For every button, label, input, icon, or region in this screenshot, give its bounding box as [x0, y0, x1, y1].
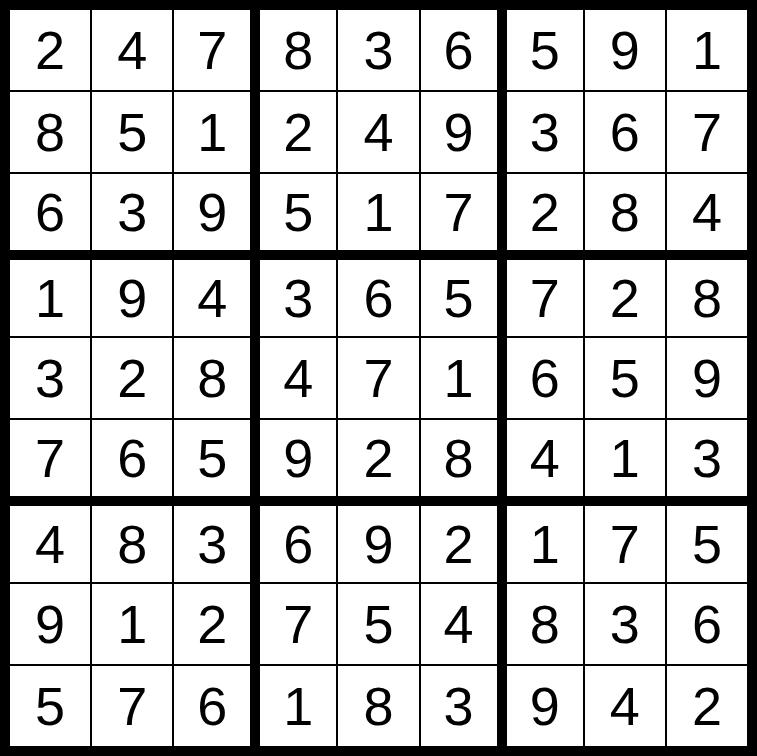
cell-r8c4[interactable]: 7 — [255, 583, 337, 665]
cell-r7c8[interactable]: 7 — [584, 501, 666, 583]
cell-r6c8[interactable]: 1 — [584, 419, 666, 501]
cell-r2c4[interactable]: 2 — [255, 91, 337, 173]
cell-r6c3[interactable]: 5 — [173, 419, 255, 501]
cell-r6c2[interactable]: 6 — [91, 419, 173, 501]
cell-r4c2[interactable]: 9 — [91, 255, 173, 337]
cell-r3c2[interactable]: 3 — [91, 173, 173, 255]
cell-r9c5[interactable]: 8 — [337, 665, 419, 747]
cell-r2c3[interactable]: 1 — [173, 91, 255, 173]
cell-r8c2[interactable]: 1 — [91, 583, 173, 665]
cell-r6c9[interactable]: 3 — [666, 419, 748, 501]
cell-r6c7[interactable]: 4 — [502, 419, 584, 501]
cell-r2c5[interactable]: 4 — [337, 91, 419, 173]
cell-r3c8[interactable]: 8 — [584, 173, 666, 255]
cell-r2c9[interactable]: 7 — [666, 91, 748, 173]
cell-r3c4[interactable]: 5 — [255, 173, 337, 255]
cell-r5c9[interactable]: 9 — [666, 337, 748, 419]
sudoku-board-frame: 2478365918512493676395172841943657283284… — [0, 0, 757, 756]
cell-r7c1[interactable]: 4 — [9, 501, 91, 583]
cell-r7c7[interactable]: 1 — [502, 501, 584, 583]
cell-r1c6[interactable]: 6 — [420, 9, 502, 91]
cell-r7c6[interactable]: 2 — [420, 501, 502, 583]
cell-r5c6[interactable]: 1 — [420, 337, 502, 419]
cell-r7c5[interactable]: 9 — [337, 501, 419, 583]
cell-r2c6[interactable]: 9 — [420, 91, 502, 173]
cell-r1c9[interactable]: 1 — [666, 9, 748, 91]
cell-r9c3[interactable]: 6 — [173, 665, 255, 747]
cell-r2c1[interactable]: 8 — [9, 91, 91, 173]
cell-r9c4[interactable]: 1 — [255, 665, 337, 747]
cell-r4c1[interactable]: 1 — [9, 255, 91, 337]
cell-r9c6[interactable]: 3 — [420, 665, 502, 747]
cell-r8c1[interactable]: 9 — [9, 583, 91, 665]
cell-r6c4[interactable]: 9 — [255, 419, 337, 501]
cell-r3c7[interactable]: 2 — [502, 173, 584, 255]
cell-r2c7[interactable]: 3 — [502, 91, 584, 173]
cell-r1c7[interactable]: 5 — [502, 9, 584, 91]
cell-r3c9[interactable]: 4 — [666, 173, 748, 255]
cell-r5c2[interactable]: 2 — [91, 337, 173, 419]
cell-r8c5[interactable]: 5 — [337, 583, 419, 665]
cell-r2c8[interactable]: 6 — [584, 91, 666, 173]
cell-r6c6[interactable]: 8 — [420, 419, 502, 501]
cell-r3c6[interactable]: 7 — [420, 173, 502, 255]
cell-r5c3[interactable]: 8 — [173, 337, 255, 419]
cell-r1c4[interactable]: 8 — [255, 9, 337, 91]
cell-r5c1[interactable]: 3 — [9, 337, 91, 419]
cell-r9c8[interactable]: 4 — [584, 665, 666, 747]
cell-r3c5[interactable]: 1 — [337, 173, 419, 255]
cell-r3c1[interactable]: 6 — [9, 173, 91, 255]
cell-r7c4[interactable]: 6 — [255, 501, 337, 583]
cell-r9c7[interactable]: 9 — [502, 665, 584, 747]
cell-r8c6[interactable]: 4 — [420, 583, 502, 665]
cell-r4c5[interactable]: 6 — [337, 255, 419, 337]
cell-r9c9[interactable]: 2 — [666, 665, 748, 747]
cell-r4c3[interactable]: 4 — [173, 255, 255, 337]
cell-r7c9[interactable]: 5 — [666, 501, 748, 583]
cell-r9c2[interactable]: 7 — [91, 665, 173, 747]
cell-r5c5[interactable]: 7 — [337, 337, 419, 419]
cell-r8c8[interactable]: 3 — [584, 583, 666, 665]
cell-r1c2[interactable]: 4 — [91, 9, 173, 91]
cell-r4c9[interactable]: 8 — [666, 255, 748, 337]
cell-r1c5[interactable]: 3 — [337, 9, 419, 91]
cell-r7c3[interactable]: 3 — [173, 501, 255, 583]
cell-r1c8[interactable]: 9 — [584, 9, 666, 91]
cell-r9c1[interactable]: 5 — [9, 665, 91, 747]
cell-r4c8[interactable]: 2 — [584, 255, 666, 337]
cell-r6c5[interactable]: 2 — [337, 419, 419, 501]
cell-r2c2[interactable]: 5 — [91, 91, 173, 173]
cell-r5c4[interactable]: 4 — [255, 337, 337, 419]
sudoku-grid: 2478365918512493676395172841943657283284… — [0, 0, 757, 756]
cell-r5c7[interactable]: 6 — [502, 337, 584, 419]
cell-r4c6[interactable]: 5 — [420, 255, 502, 337]
cell-r1c3[interactable]: 7 — [173, 9, 255, 91]
cell-r5c8[interactable]: 5 — [584, 337, 666, 419]
cell-r4c7[interactable]: 7 — [502, 255, 584, 337]
cell-r4c4[interactable]: 3 — [255, 255, 337, 337]
cell-r8c7[interactable]: 8 — [502, 583, 584, 665]
cell-r7c2[interactable]: 8 — [91, 501, 173, 583]
cell-r8c3[interactable]: 2 — [173, 583, 255, 665]
cell-r3c3[interactable]: 9 — [173, 173, 255, 255]
cell-r8c9[interactable]: 6 — [666, 583, 748, 665]
cell-r1c1[interactable]: 2 — [9, 9, 91, 91]
cell-r6c1[interactable]: 7 — [9, 419, 91, 501]
